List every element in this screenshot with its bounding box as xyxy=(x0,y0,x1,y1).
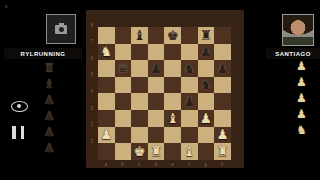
piece-white-p-h2: ♟ xyxy=(214,127,231,144)
square-d5[interactable] xyxy=(148,77,165,94)
square-c8[interactable]: ♝ xyxy=(131,27,148,44)
square-d7[interactable] xyxy=(148,44,165,61)
piece-black-r-g8: ♜ xyxy=(198,27,215,44)
square-h3[interactable] xyxy=(214,110,231,127)
square-a4[interactable] xyxy=(98,93,115,110)
square-f5[interactable] xyxy=(181,77,198,94)
square-a7[interactable]: ♞ xyxy=(98,44,115,61)
piece-black-p-d6: ♟ xyxy=(148,60,165,77)
captured-piece-black-p: ♟ xyxy=(44,108,55,124)
piece-black-n-f6: ♞ xyxy=(181,60,198,77)
piece-black-q-b6: ♛ xyxy=(115,60,132,77)
square-h4[interactable] xyxy=(214,93,231,110)
captured-piece-white-p: ♟ xyxy=(296,106,307,122)
square-a6[interactable] xyxy=(98,60,115,77)
camera-icon xyxy=(55,25,67,34)
square-h1[interactable]: ♜ xyxy=(214,143,231,160)
file-label-f: f xyxy=(185,162,193,167)
square-g4[interactable] xyxy=(198,93,215,110)
square-f8[interactable] xyxy=(181,27,198,44)
file-label-h: h xyxy=(218,162,226,167)
piece-white-b-e3: ♝ xyxy=(164,110,181,127)
square-h5[interactable] xyxy=(214,77,231,94)
rank-label-8: 8 xyxy=(89,23,95,28)
player-name-right: SANTIAGO xyxy=(266,48,320,59)
square-d2[interactable] xyxy=(148,127,165,144)
pause-icon xyxy=(12,126,16,139)
piece-white-k-c1: ♚ xyxy=(131,143,148,160)
square-c6[interactable] xyxy=(131,60,148,77)
avatar-right-player xyxy=(282,14,314,46)
square-e3[interactable]: ♝ xyxy=(164,110,181,127)
file-label-e: e xyxy=(168,162,176,167)
rank-label-5: 5 xyxy=(89,72,95,77)
square-h6[interactable]: ♟ xyxy=(214,60,231,77)
square-d8[interactable] xyxy=(148,27,165,44)
square-f1[interactable]: ♝ xyxy=(181,143,198,160)
file-label-b: b xyxy=(119,162,127,167)
square-h8[interactable] xyxy=(214,27,231,44)
square-b4[interactable] xyxy=(115,93,132,110)
square-b2[interactable] xyxy=(115,127,132,144)
square-g8[interactable]: ♜ xyxy=(198,27,215,44)
player-name-left: RYLRUNNING xyxy=(4,48,82,59)
captured-piece-black-r: ♜ xyxy=(44,60,55,76)
rank-label-3: 3 xyxy=(89,106,95,111)
rank-label-2: 2 xyxy=(89,122,95,127)
piece-black-p-f4: ♟ xyxy=(181,93,198,110)
piece-black-p-g7: ♟ xyxy=(198,44,215,61)
captured-piece-white-p: ♟ xyxy=(296,74,307,90)
captured-piece-black-b: ♝ xyxy=(44,76,55,92)
piece-white-p-g3: ♟ xyxy=(198,110,215,127)
square-d1[interactable]: ♜ xyxy=(148,143,165,160)
square-c5[interactable] xyxy=(131,77,148,94)
piece-white-n-a7: ♞ xyxy=(98,44,115,61)
avatar-left-player xyxy=(46,14,76,44)
captured-piece-white-p: ♟ xyxy=(296,58,307,74)
square-g7[interactable]: ♟ xyxy=(198,44,215,61)
square-e6[interactable] xyxy=(164,60,181,77)
square-f6[interactable]: ♞ xyxy=(181,60,198,77)
captured-piece-black-p: ♟ xyxy=(44,92,55,108)
square-f4[interactable]: ♟ xyxy=(181,93,198,110)
square-c2[interactable] xyxy=(131,127,148,144)
captured-piece-black-p: ♟ xyxy=(44,124,55,140)
square-c7[interactable] xyxy=(131,44,148,61)
file-label-d: d xyxy=(152,162,160,167)
square-b3[interactable] xyxy=(115,110,132,127)
square-e5[interactable] xyxy=(164,77,181,94)
piece-black-k-e8: ♚ xyxy=(164,27,181,44)
square-h7[interactable] xyxy=(214,44,231,61)
captured-tray-left: ♜♝♟♟♟♟ xyxy=(44,60,55,156)
game-screen: ‹ RYLRUNNING ♜♝♟♟♟♟ ♝♚♜♞♟♛♟♞♟♞♟♝♟♟♟♚♜♝♜ … xyxy=(0,0,320,180)
file-label-g: g xyxy=(202,162,210,167)
square-h2[interactable]: ♟ xyxy=(214,127,231,144)
square-e8[interactable]: ♚ xyxy=(164,27,181,44)
spectator-eye-button[interactable] xyxy=(11,101,28,112)
square-e7[interactable] xyxy=(164,44,181,61)
piece-black-p-h6: ♟ xyxy=(214,60,231,77)
square-a2[interactable]: ♟ xyxy=(98,127,115,144)
piece-black-b-c8: ♝ xyxy=(131,27,148,44)
rank-label-7: 7 xyxy=(89,39,95,44)
square-d4[interactable] xyxy=(148,93,165,110)
captured-tray-right: ♟♟♟♟♞ xyxy=(296,58,307,138)
pause-button[interactable] xyxy=(12,126,24,140)
file-label-a: a xyxy=(102,162,110,167)
square-g1[interactable] xyxy=(198,143,215,160)
rank-label-1: 1 xyxy=(89,139,95,144)
square-d3[interactable] xyxy=(148,110,165,127)
square-e2[interactable] xyxy=(164,127,181,144)
piece-white-r-h1: ♜ xyxy=(214,143,231,160)
file-label-c: c xyxy=(135,162,143,167)
square-e4[interactable] xyxy=(164,93,181,110)
square-b7[interactable] xyxy=(115,44,132,61)
piece-black-n-g5: ♞ xyxy=(198,77,215,94)
square-c4[interactable] xyxy=(131,93,148,110)
square-a5[interactable] xyxy=(98,77,115,94)
square-g3[interactable]: ♟ xyxy=(198,110,215,127)
square-g2[interactable] xyxy=(198,127,215,144)
captured-piece-white-n: ♞ xyxy=(296,122,307,138)
square-c1[interactable]: ♚ xyxy=(131,143,148,160)
piece-white-b-f1: ♝ xyxy=(181,143,198,160)
square-g5[interactable]: ♞ xyxy=(198,77,215,94)
square-f3[interactable] xyxy=(181,110,198,127)
eye-icon xyxy=(11,101,28,112)
square-d6[interactable]: ♟ xyxy=(148,60,165,77)
rank-label-4: 4 xyxy=(89,89,95,94)
square-a3[interactable] xyxy=(98,110,115,127)
square-b6[interactable]: ♛ xyxy=(115,60,132,77)
chess-board[interactable]: ♝♚♜♞♟♛♟♞♟♞♟♝♟♟♟♚♜♝♜ xyxy=(98,27,231,160)
pause-icon xyxy=(21,126,25,139)
square-f7[interactable] xyxy=(181,44,198,61)
square-b8[interactable] xyxy=(115,27,132,44)
square-g6[interactable] xyxy=(198,60,215,77)
piece-white-p-a2: ♟ xyxy=(98,127,115,144)
piece-white-r-d1: ♜ xyxy=(148,143,165,160)
back-icon[interactable]: ‹ xyxy=(5,3,8,11)
square-b5[interactable] xyxy=(115,77,132,94)
square-a1[interactable] xyxy=(98,143,115,160)
rank-label-6: 6 xyxy=(89,56,95,61)
square-e1[interactable] xyxy=(164,143,181,160)
square-b1[interactable] xyxy=(115,143,132,160)
captured-piece-black-p: ♟ xyxy=(44,140,55,156)
square-f2[interactable] xyxy=(181,127,198,144)
captured-piece-white-p: ♟ xyxy=(296,90,307,106)
square-c3[interactable] xyxy=(131,110,148,127)
square-a8[interactable] xyxy=(98,27,115,44)
